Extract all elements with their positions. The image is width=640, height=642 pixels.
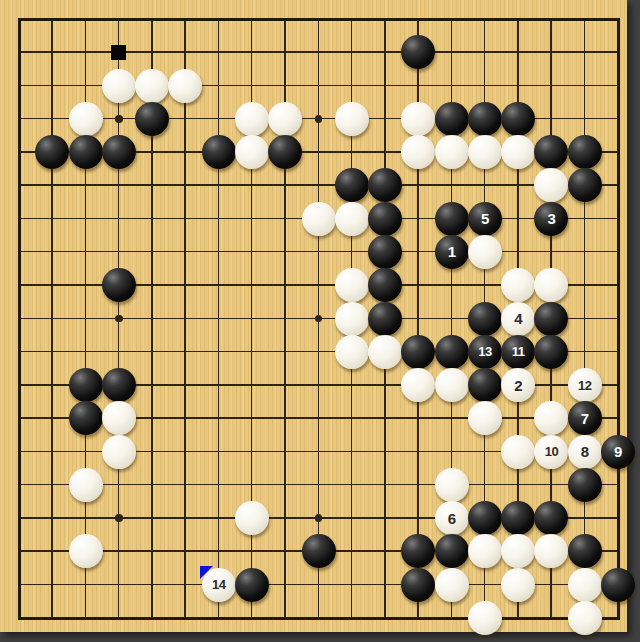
- black-stone-move-7[interactable]: 7: [568, 401, 602, 435]
- black-stone[interactable]: [468, 501, 502, 535]
- hoshi-dot: [315, 115, 323, 123]
- white-stone[interactable]: [102, 435, 136, 469]
- black-stone[interactable]: [568, 135, 602, 169]
- black-stone-move-11[interactable]: 11: [501, 335, 535, 369]
- black-stone[interactable]: [601, 568, 635, 602]
- white-stone[interactable]: [335, 102, 369, 136]
- hoshi-dot: [115, 315, 123, 323]
- black-stone[interactable]: [435, 534, 469, 568]
- black-stone[interactable]: [568, 468, 602, 502]
- move-number-label: 14: [212, 578, 225, 591]
- go-board[interactable]: 5314131121271089614: [0, 0, 627, 632]
- black-stone[interactable]: [368, 202, 402, 236]
- white-stone[interactable]: [368, 335, 402, 369]
- black-stone[interactable]: [202, 135, 236, 169]
- black-stone[interactable]: [568, 534, 602, 568]
- black-stone-move-1[interactable]: 1: [435, 235, 469, 269]
- white-stone[interactable]: [235, 501, 269, 535]
- white-stone[interactable]: [302, 202, 336, 236]
- white-stone[interactable]: [102, 401, 136, 435]
- white-stone-move-10[interactable]: 10: [534, 435, 568, 469]
- black-stone-move-3[interactable]: 3: [534, 202, 568, 236]
- black-stone[interactable]: [69, 135, 103, 169]
- black-stone[interactable]: [501, 102, 535, 136]
- black-stone[interactable]: [368, 302, 402, 336]
- move-number-label: 5: [481, 211, 489, 226]
- white-stone-move-4[interactable]: 4: [501, 302, 535, 336]
- app-window: 5314131121271089614: [0, 0, 640, 642]
- black-stone[interactable]: [468, 102, 502, 136]
- move-number-label: 11: [512, 345, 525, 358]
- white-stone[interactable]: [435, 468, 469, 502]
- black-stone-move-13[interactable]: 13: [468, 335, 502, 369]
- black-stone[interactable]: [568, 168, 602, 202]
- move-number-label: 3: [548, 211, 556, 226]
- move-number-label: 12: [578, 379, 591, 392]
- white-stone[interactable]: [268, 102, 302, 136]
- move-number-label: 8: [581, 444, 589, 459]
- white-stone[interactable]: [468, 235, 502, 269]
- square-point-marker: [111, 45, 126, 60]
- white-stone[interactable]: [335, 302, 369, 336]
- black-stone[interactable]: [335, 168, 369, 202]
- move-number-label: 4: [514, 311, 522, 326]
- move-number-label: 2: [514, 378, 522, 393]
- hoshi-dot: [115, 115, 123, 123]
- black-stone[interactable]: [435, 202, 469, 236]
- black-stone[interactable]: [534, 302, 568, 336]
- black-stone[interactable]: [401, 335, 435, 369]
- white-stone[interactable]: [468, 135, 502, 169]
- white-stone[interactable]: [69, 534, 103, 568]
- white-stone[interactable]: [335, 268, 369, 302]
- white-stone[interactable]: [235, 102, 269, 136]
- white-stone[interactable]: [69, 468, 103, 502]
- white-stone[interactable]: [501, 568, 535, 602]
- white-stone-move-12[interactable]: 12: [568, 368, 602, 402]
- black-stone[interactable]: [435, 102, 469, 136]
- move-number-label: 13: [478, 345, 491, 358]
- white-stone[interactable]: [435, 568, 469, 602]
- white-stone[interactable]: [235, 135, 269, 169]
- white-stone-move-8[interactable]: 8: [568, 435, 602, 469]
- white-stone[interactable]: [501, 435, 535, 469]
- move-number-label: 7: [581, 411, 589, 426]
- black-stone[interactable]: [135, 102, 169, 136]
- black-stone[interactable]: [235, 568, 269, 602]
- black-stone[interactable]: [102, 268, 136, 302]
- black-stone[interactable]: [302, 534, 336, 568]
- move-number-label: 6: [448, 511, 456, 526]
- move-number-label: 10: [545, 445, 558, 458]
- black-stone[interactable]: [69, 401, 103, 435]
- black-stone[interactable]: [102, 135, 136, 169]
- black-stone[interactable]: [468, 302, 502, 336]
- move-number-label: 1: [448, 244, 456, 259]
- white-stone[interactable]: [168, 69, 202, 103]
- black-stone[interactable]: [468, 368, 502, 402]
- white-stone-move-6[interactable]: 6: [435, 501, 469, 535]
- black-stone[interactable]: [102, 368, 136, 402]
- white-stone[interactable]: [135, 69, 169, 103]
- white-stone[interactable]: [335, 335, 369, 369]
- black-stone-move-9[interactable]: 9: [601, 435, 635, 469]
- blue-corner-triangle-marker: [200, 566, 213, 579]
- white-stone[interactable]: [568, 568, 602, 602]
- white-stone[interactable]: [435, 135, 469, 169]
- white-stone[interactable]: [69, 102, 103, 136]
- white-stone[interactable]: [435, 368, 469, 402]
- black-stone[interactable]: [435, 335, 469, 369]
- hoshi-dot: [115, 514, 123, 522]
- white-stone[interactable]: [401, 102, 435, 136]
- black-stone-move-5[interactable]: 5: [468, 202, 502, 236]
- black-stone[interactable]: [69, 368, 103, 402]
- black-stone[interactable]: [401, 568, 435, 602]
- white-stone[interactable]: [102, 69, 136, 103]
- white-stone[interactable]: [468, 601, 502, 635]
- move-number-label: 9: [614, 444, 622, 459]
- white-stone[interactable]: [568, 601, 602, 635]
- white-stone[interactable]: [335, 202, 369, 236]
- black-stone[interactable]: [368, 235, 402, 269]
